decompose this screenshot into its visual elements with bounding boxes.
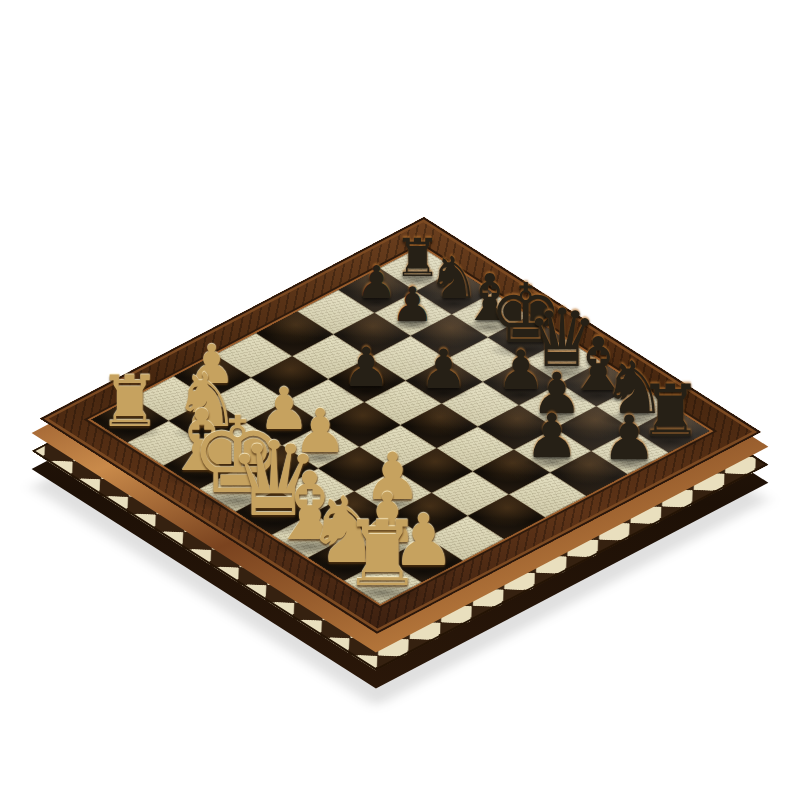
piece-black-pawn-c5[interactable]: ♟ (342, 341, 390, 395)
piece-white-rook-a1[interactable]: ♜ (98, 366, 161, 437)
piece-black-pawn-g6[interactable]: ♟ (525, 405, 580, 466)
piece-white-rook-h1[interactable]: ♜ (342, 509, 423, 599)
piece-black-pawn-h7[interactable]: ♟ (602, 407, 657, 468)
piece-black-pawn-d6[interactable]: ♟ (419, 343, 468, 397)
chess-set-photo: ♜♞♝♚♛♝♞♜♟♟♟♟♟♟♟♟♟♟♟♟♞♟♟♜♝♚♛♝♞♜ (0, 0, 800, 800)
piece-black-pawn-b7[interactable]: ♟ (391, 281, 434, 329)
